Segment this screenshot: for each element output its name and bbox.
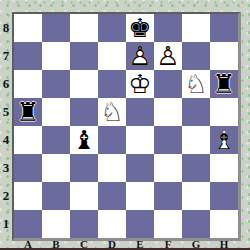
square-c2[interactable] (70, 182, 98, 210)
square-b1[interactable] (42, 210, 70, 238)
board-frame: ♚♟♙♟♙♚♔♞♘♜♜♞♘♝♝♗ (12, 12, 241, 241)
square-h1[interactable] (210, 210, 238, 238)
square-f2[interactable] (154, 182, 182, 210)
square-e7[interactable]: ♟♙ (126, 42, 154, 70)
square-c1[interactable] (70, 210, 98, 238)
square-c6[interactable] (70, 70, 98, 98)
square-c7[interactable] (70, 42, 98, 70)
square-d7[interactable] (98, 42, 126, 70)
white-pawn: ♟♙ (126, 42, 154, 70)
square-f7[interactable]: ♟♙ (154, 42, 182, 70)
square-d1[interactable] (98, 210, 126, 238)
square-d3[interactable] (98, 154, 126, 182)
white-knight: ♞♘ (182, 70, 210, 98)
square-d6[interactable] (98, 70, 126, 98)
square-e6[interactable]: ♚♔ (126, 70, 154, 98)
rank-label-6: 6 (0, 70, 12, 98)
white-king: ♚♔ (126, 70, 154, 98)
square-g1[interactable] (182, 210, 210, 238)
square-d5[interactable]: ♞♘ (98, 98, 126, 126)
square-e1[interactable] (126, 210, 154, 238)
square-h3[interactable] (210, 154, 238, 182)
square-d2[interactable] (98, 182, 126, 210)
square-g8[interactable] (182, 14, 210, 42)
square-b6[interactable] (42, 70, 70, 98)
square-a3[interactable] (14, 154, 42, 182)
square-b7[interactable] (42, 42, 70, 70)
square-e8[interactable]: ♚ (126, 14, 154, 42)
square-f4[interactable] (154, 126, 182, 154)
white-knight: ♞♘ (98, 98, 126, 126)
square-g7[interactable] (182, 42, 210, 70)
square-g6[interactable]: ♞♘ (182, 70, 210, 98)
square-b5[interactable] (42, 98, 70, 126)
square-h2[interactable] (210, 182, 238, 210)
square-e2[interactable] (126, 182, 154, 210)
black-rook: ♜ (210, 70, 238, 98)
rank-label-1: 1 (0, 210, 12, 238)
square-a5[interactable]: ♜ (14, 98, 42, 126)
square-c8[interactable] (70, 14, 98, 42)
black-rook: ♜ (14, 98, 42, 126)
rank-label-5: 5 (0, 98, 12, 126)
square-h8[interactable] (210, 14, 238, 42)
square-a8[interactable] (14, 14, 42, 42)
square-a2[interactable] (14, 182, 42, 210)
black-king: ♚ (126, 14, 154, 42)
white-pawn: ♟♙ (154, 42, 182, 70)
rank-label-3: 3 (0, 154, 12, 182)
square-b2[interactable] (42, 182, 70, 210)
square-h7[interactable] (210, 42, 238, 70)
square-a4[interactable] (14, 126, 42, 154)
square-g3[interactable] (182, 154, 210, 182)
square-b4[interactable] (42, 126, 70, 154)
square-h4[interactable]: ♝♗ (210, 126, 238, 154)
chess-diagram: 87654321 ♚♟♙♟♙♚♔♞♘♜♜♞♘♝♝♗ ABCDEFGH (0, 0, 250, 250)
square-a7[interactable] (14, 42, 42, 70)
square-a1[interactable] (14, 210, 42, 238)
square-e4[interactable] (126, 126, 154, 154)
rank-label-8: 8 (0, 14, 12, 42)
square-f3[interactable] (154, 154, 182, 182)
square-f8[interactable] (154, 14, 182, 42)
square-f5[interactable] (154, 98, 182, 126)
square-g2[interactable] (182, 182, 210, 210)
square-b8[interactable] (42, 14, 70, 42)
rank-labels: 87654321 (0, 14, 12, 238)
white-bishop: ♝♗ (210, 126, 238, 154)
square-d8[interactable] (98, 14, 126, 42)
square-h6[interactable]: ♜ (210, 70, 238, 98)
square-c4[interactable]: ♝ (70, 126, 98, 154)
square-h5[interactable] (210, 98, 238, 126)
square-d4[interactable] (98, 126, 126, 154)
square-c5[interactable] (70, 98, 98, 126)
square-a6[interactable] (14, 70, 42, 98)
rank-label-7: 7 (0, 42, 12, 70)
square-c3[interactable] (70, 154, 98, 182)
board: ♚♟♙♟♙♚♔♞♘♜♜♞♘♝♝♗ (14, 14, 238, 238)
square-g5[interactable] (182, 98, 210, 126)
square-e5[interactable] (126, 98, 154, 126)
square-f1[interactable] (154, 210, 182, 238)
rank-label-4: 4 (0, 126, 12, 154)
black-bishop: ♝ (70, 126, 98, 154)
square-f6[interactable] (154, 70, 182, 98)
square-b3[interactable] (42, 154, 70, 182)
square-g4[interactable] (182, 126, 210, 154)
square-e3[interactable] (126, 154, 154, 182)
rank-label-2: 2 (0, 182, 12, 210)
